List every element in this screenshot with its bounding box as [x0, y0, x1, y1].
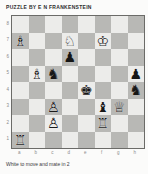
piece-wN-d7[interactable]: ♘ — [63, 33, 76, 50]
piece-wR-f2[interactable]: ♖ — [96, 115, 109, 132]
square-h4[interactable]: ♞ — [128, 82, 145, 99]
square-d6[interactable]: ♟ — [62, 49, 79, 66]
rank-label-5: 5 — [4, 65, 11, 82]
square-d4[interactable] — [62, 82, 79, 99]
square-c1[interactable] — [45, 132, 62, 149]
square-g8[interactable] — [111, 16, 128, 33]
square-d5[interactable] — [62, 66, 79, 83]
square-b3[interactable] — [29, 99, 46, 116]
square-b4[interactable] — [29, 82, 46, 99]
square-e8[interactable] — [78, 16, 95, 33]
piece-wQ-g3[interactable]: ♕ — [113, 99, 126, 116]
square-b2[interactable] — [29, 115, 46, 132]
square-h7[interactable] — [128, 33, 145, 50]
rank-label-8: 8 — [4, 15, 11, 32]
file-label-b: b — [28, 149, 45, 157]
rank-label-1: 1 — [4, 131, 11, 148]
file-label-e: e — [77, 149, 94, 157]
square-b5[interactable]: ♗ — [29, 66, 46, 83]
piece-bK-e4[interactable]: ♚ — [80, 82, 93, 99]
square-f2[interactable]: ♖ — [95, 115, 112, 132]
square-a8[interactable] — [12, 16, 29, 33]
piece-wB-b5[interactable]: ♗ — [30, 66, 43, 83]
square-f5[interactable] — [95, 66, 112, 83]
board-area: 87654321 ♗♘♔♟♗♞♟♚♞♙♝♕♙♖♖ — [4, 15, 148, 149]
file-label-d: d — [61, 149, 78, 157]
square-f1[interactable] — [95, 132, 112, 149]
stipulation-caption: White to move and mate in 2 — [6, 161, 148, 167]
square-e5[interactable] — [78, 66, 95, 83]
piece-bP-d6[interactable]: ♟ — [63, 49, 76, 66]
square-d3[interactable] — [62, 99, 79, 116]
square-d8[interactable] — [62, 16, 79, 33]
piece-wB-a7[interactable]: ♗ — [14, 33, 27, 50]
square-g1[interactable] — [111, 132, 128, 149]
piece-bN-c5[interactable]: ♞ — [47, 66, 60, 83]
square-b6[interactable] — [29, 49, 46, 66]
square-a7[interactable]: ♗ — [12, 33, 29, 50]
square-d7[interactable]: ♘ — [62, 33, 79, 50]
square-d1[interactable] — [62, 132, 79, 149]
file-label-c: c — [44, 149, 61, 157]
piece-wP-c2[interactable]: ♙ — [47, 115, 60, 132]
rank-label-7: 7 — [4, 32, 11, 49]
rank-labels: 87654321 — [4, 15, 11, 149]
square-c8[interactable] — [45, 16, 62, 33]
square-e2[interactable] — [78, 115, 95, 132]
square-g6[interactable] — [111, 49, 128, 66]
square-e7[interactable] — [78, 33, 95, 50]
square-e3[interactable] — [78, 99, 95, 116]
square-a3[interactable] — [12, 99, 29, 116]
square-b8[interactable] — [29, 16, 46, 33]
square-a1[interactable]: ♖ — [12, 132, 29, 149]
square-h5[interactable]: ♟ — [128, 66, 145, 83]
puzzle-page: PUZZLE BY E N FRANKENSTEIN 87654321 ♗♘♔♟… — [0, 0, 148, 174]
square-c4[interactable] — [45, 82, 62, 99]
rank-label-6: 6 — [4, 48, 11, 65]
square-h1[interactable] — [128, 132, 145, 149]
puzzle-title: PUZZLE BY E N FRANKENSTEIN — [0, 0, 148, 15]
square-c3[interactable]: ♙ — [45, 99, 62, 116]
piece-bP-h5[interactable]: ♟ — [129, 66, 142, 83]
square-h3[interactable] — [128, 99, 145, 116]
square-a5[interactable] — [12, 66, 29, 83]
square-e4[interactable]: ♚ — [78, 82, 95, 99]
rank-label-3: 3 — [4, 98, 11, 115]
square-a2[interactable] — [12, 115, 29, 132]
square-g4[interactable] — [111, 82, 128, 99]
square-g7[interactable] — [111, 33, 128, 50]
piece-wK-f7[interactable]: ♔ — [96, 33, 109, 50]
square-c5[interactable]: ♞ — [45, 66, 62, 83]
square-h2[interactable] — [128, 115, 145, 132]
file-label-g: g — [110, 149, 127, 157]
square-e1[interactable] — [78, 132, 95, 149]
file-label-h: h — [127, 149, 144, 157]
piece-wR-a1[interactable]: ♖ — [14, 132, 27, 149]
chess-board: ♗♘♔♟♗♞♟♚♞♙♝♕♙♖♖ — [11, 15, 145, 149]
square-g5[interactable] — [111, 66, 128, 83]
file-label-f: f — [94, 149, 111, 157]
square-c7[interactable] — [45, 33, 62, 50]
square-f3[interactable]: ♝ — [95, 99, 112, 116]
square-c6[interactable] — [45, 49, 62, 66]
square-g2[interactable] — [111, 115, 128, 132]
square-b1[interactable] — [29, 132, 46, 149]
piece-bB-f3[interactable]: ♝ — [96, 99, 109, 116]
square-g3[interactable]: ♕ — [111, 99, 128, 116]
square-f8[interactable] — [95, 16, 112, 33]
square-a6[interactable] — [12, 49, 29, 66]
square-h6[interactable] — [128, 49, 145, 66]
square-d2[interactable] — [62, 115, 79, 132]
square-f6[interactable] — [95, 49, 112, 66]
square-c2[interactable]: ♙ — [45, 115, 62, 132]
piece-bN-h4[interactable]: ♞ — [129, 82, 142, 99]
square-a4[interactable] — [12, 82, 29, 99]
file-labels: abcdefgh — [11, 149, 148, 157]
square-f7[interactable]: ♔ — [95, 33, 112, 50]
square-b7[interactable] — [29, 33, 46, 50]
file-label-a: a — [11, 149, 28, 157]
rank-label-4: 4 — [4, 81, 11, 98]
square-h8[interactable] — [128, 16, 145, 33]
square-f4[interactable] — [95, 82, 112, 99]
rank-label-2: 2 — [4, 114, 11, 131]
square-e6[interactable] — [78, 49, 95, 66]
piece-wP-c3[interactable]: ♙ — [47, 99, 60, 116]
